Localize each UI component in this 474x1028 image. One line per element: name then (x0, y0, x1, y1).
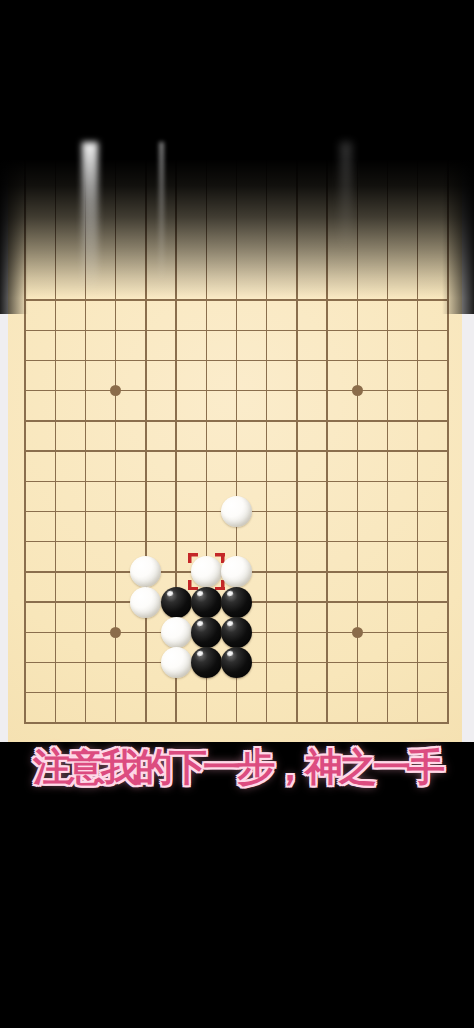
star-point (110, 385, 121, 396)
stone-black (221, 647, 252, 678)
stone-black (191, 587, 222, 618)
stone-highlight (196, 620, 203, 627)
star-point (110, 627, 121, 638)
stone-highlight (226, 620, 233, 627)
stone-white (221, 496, 252, 527)
stone-black (191, 647, 222, 678)
stone-highlight (196, 590, 203, 597)
stone-white (130, 556, 161, 587)
star-point (352, 385, 363, 396)
stone-highlight (226, 650, 233, 657)
stone-black (221, 587, 252, 618)
stone-white (130, 587, 161, 618)
star-point (352, 627, 363, 638)
stone-highlight (166, 590, 173, 597)
gomoku-board[interactable] (8, 142, 462, 742)
photo-area (0, 142, 474, 742)
stone-highlight (196, 650, 203, 657)
stone-black (161, 587, 192, 618)
video-frame: 注意我的下一步，神之一手 (0, 0, 474, 1028)
stone-white (161, 647, 192, 678)
stone-black (191, 617, 222, 648)
stone-white (221, 556, 252, 587)
caption-text: 注意我的下一步，神之一手 (0, 742, 474, 801)
stone-white (191, 556, 222, 587)
stone-white (161, 617, 192, 648)
stone-black (221, 617, 252, 648)
stone-highlight (226, 590, 233, 597)
board-grid (10, 285, 463, 738)
